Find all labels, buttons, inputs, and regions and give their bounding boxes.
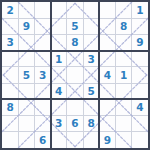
- cell-r7c2[interactable]: [18, 99, 34, 115]
- cell-r2c9[interactable]: [132, 18, 148, 34]
- cell-r7c6[interactable]: [83, 99, 99, 115]
- cell-r2c3[interactable]: [34, 18, 50, 34]
- cell-r3c9[interactable]: 9: [132, 34, 148, 50]
- cell-r9c2[interactable]: [18, 132, 34, 148]
- cell-r7c4[interactable]: [51, 99, 67, 115]
- cell-r7c3[interactable]: [34, 99, 50, 115]
- cell-r8c3[interactable]: [34, 116, 50, 132]
- cell-r5c7[interactable]: 4: [99, 67, 115, 83]
- cell-r6c3[interactable]: [34, 83, 50, 99]
- cell-r9c5[interactable]: [67, 132, 83, 148]
- cell-r4c7[interactable]: [99, 51, 115, 67]
- cell-r8c9[interactable]: [132, 116, 148, 132]
- cell-r5c5[interactable]: [67, 67, 83, 83]
- cell-r7c5[interactable]: [67, 99, 83, 115]
- cell-r4c9[interactable]: [132, 51, 148, 67]
- cell-r7c1[interactable]: 8: [2, 99, 18, 115]
- cell-r5c1[interactable]: [2, 67, 18, 83]
- cell-r8c1[interactable]: [2, 116, 18, 132]
- cell-r7c8[interactable]: [116, 99, 132, 115]
- cell-r5c8[interactable]: 1: [116, 67, 132, 83]
- cell-r4c4[interactable]: 1: [51, 51, 67, 67]
- cell-r1c3[interactable]: [34, 2, 50, 18]
- cell-r2c1[interactable]: [2, 18, 18, 34]
- cell-r1c6[interactable]: [83, 2, 99, 18]
- cell-r2c5[interactable]: 5: [67, 18, 83, 34]
- cell-r8c4[interactable]: 3: [51, 116, 67, 132]
- cell-r9c7[interactable]: 9: [99, 132, 115, 148]
- cell-r6c9[interactable]: [132, 83, 148, 99]
- sudoku-board: 21958389135341458436869: [0, 0, 150, 150]
- cell-r2c8[interactable]: 8: [116, 18, 132, 34]
- cell-r1c5[interactable]: [67, 2, 83, 18]
- cell-r4c6[interactable]: 3: [83, 51, 99, 67]
- cell-r6c7[interactable]: [99, 83, 115, 99]
- sudoku-cells: 21958389135341458436869: [2, 2, 148, 148]
- cell-r4c1[interactable]: [2, 51, 18, 67]
- cell-r9c8[interactable]: [116, 132, 132, 148]
- cell-r6c5[interactable]: [67, 83, 83, 99]
- cell-r8c8[interactable]: [116, 116, 132, 132]
- cell-r5c4[interactable]: [51, 67, 67, 83]
- cell-r9c4[interactable]: [51, 132, 67, 148]
- cell-r3c7[interactable]: [99, 34, 115, 50]
- cell-r1c1[interactable]: 2: [2, 2, 18, 18]
- cell-r6c1[interactable]: [2, 83, 18, 99]
- cell-r1c9[interactable]: 1: [132, 2, 148, 18]
- cell-r6c2[interactable]: [18, 83, 34, 99]
- cell-r2c7[interactable]: [99, 18, 115, 34]
- cell-r7c7[interactable]: [99, 99, 115, 115]
- cell-r9c9[interactable]: [132, 132, 148, 148]
- cell-r5c2[interactable]: 5: [18, 67, 34, 83]
- cell-r9c6[interactable]: [83, 132, 99, 148]
- cell-r8c5[interactable]: 6: [67, 116, 83, 132]
- cell-r1c7[interactable]: [99, 2, 115, 18]
- cell-r5c3[interactable]: 3: [34, 67, 50, 83]
- cell-r8c2[interactable]: [18, 116, 34, 132]
- cell-r6c6[interactable]: 5: [83, 83, 99, 99]
- cell-r9c1[interactable]: [2, 132, 18, 148]
- cell-r5c9[interactable]: [132, 67, 148, 83]
- cell-r1c4[interactable]: [51, 2, 67, 18]
- cell-r3c6[interactable]: [83, 34, 99, 50]
- cell-r5c6[interactable]: [83, 67, 99, 83]
- cell-r3c3[interactable]: [34, 34, 50, 50]
- cell-r2c6[interactable]: [83, 18, 99, 34]
- cell-r3c2[interactable]: [18, 34, 34, 50]
- cell-r9c3[interactable]: 6: [34, 132, 50, 148]
- cell-r8c6[interactable]: 8: [83, 116, 99, 132]
- cell-r1c8[interactable]: [116, 2, 132, 18]
- cell-r6c4[interactable]: 4: [51, 83, 67, 99]
- cell-r6c8[interactable]: [116, 83, 132, 99]
- cell-r1c2[interactable]: [18, 2, 34, 18]
- cell-r2c4[interactable]: [51, 18, 67, 34]
- cell-r4c3[interactable]: [34, 51, 50, 67]
- cell-r7c9[interactable]: 4: [132, 99, 148, 115]
- cell-r3c8[interactable]: [116, 34, 132, 50]
- cell-r4c2[interactable]: [18, 51, 34, 67]
- cell-r2c2[interactable]: 9: [18, 18, 34, 34]
- cell-r8c7[interactable]: [99, 116, 115, 132]
- cell-r3c1[interactable]: 3: [2, 34, 18, 50]
- cell-r4c5[interactable]: [67, 51, 83, 67]
- cell-r4c8[interactable]: [116, 51, 132, 67]
- cell-r3c5[interactable]: 8: [67, 34, 83, 50]
- cell-r3c4[interactable]: [51, 34, 67, 50]
